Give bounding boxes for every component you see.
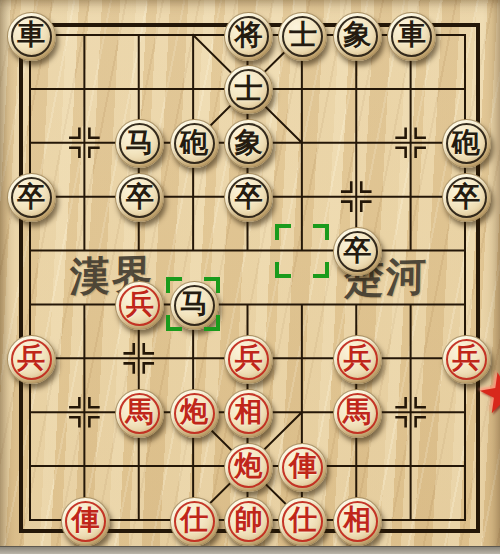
piece-black-chariot-h10[interactable]: 車 — [387, 12, 436, 61]
piece-glyph: 士 — [289, 21, 317, 49]
piece-black-cannon-d8[interactable]: 砲 — [170, 119, 219, 168]
piece-glyph: 象 — [235, 129, 263, 157]
piece-glyph: 卒 — [452, 183, 480, 211]
piece-black-advisor-f10[interactable]: 士 — [278, 12, 327, 61]
piece-glyph: 卒 — [126, 183, 154, 211]
piece-glyph: 兵 — [235, 344, 263, 372]
piece-black-general-e10[interactable]: 将 — [224, 12, 273, 61]
piece-glyph: 炮 — [235, 452, 263, 480]
piece-glyph: 車 — [17, 21, 45, 49]
piece-glyph: 兵 — [17, 344, 45, 372]
piece-glyph: 俥 — [71, 506, 99, 534]
piece-red-elephant-e3[interactable]: 相 — [224, 389, 273, 438]
piece-red-horse-g3[interactable]: 馬 — [333, 389, 382, 438]
piece-glyph: 卒 — [343, 237, 371, 265]
piece-glyph: 仕 — [180, 506, 208, 534]
piece-red-chariot-b1[interactable]: 俥 — [61, 497, 110, 546]
piece-glyph: 馬 — [343, 398, 371, 426]
piece-red-soldier-e4[interactable]: 兵 — [224, 335, 273, 384]
piece-glyph: 相 — [235, 398, 263, 426]
piece-red-chariot-f2[interactable]: 俥 — [278, 443, 327, 492]
piece-black-soldier-a7[interactable]: 卒 — [7, 173, 56, 222]
piece-glyph: 砲 — [180, 129, 208, 157]
piece-black-soldier-e7[interactable]: 卒 — [224, 173, 273, 222]
piece-red-general-e1[interactable]: 帥 — [224, 497, 273, 546]
piece-red-soldier-g4[interactable]: 兵 — [333, 335, 382, 384]
piece-glyph: 士 — [235, 75, 263, 103]
piece-black-elephant-e8[interactable]: 象 — [224, 119, 273, 168]
piece-black-chariot-a10[interactable]: 車 — [7, 12, 56, 61]
piece-glyph: 相 — [343, 506, 371, 534]
piece-red-elephant-g1[interactable]: 相 — [333, 497, 382, 546]
piece-red-advisor-f1[interactable]: 仕 — [278, 497, 327, 546]
piece-black-soldier-g6[interactable]: 卒 — [333, 227, 382, 276]
piece-glyph: 炮 — [180, 398, 208, 426]
piece-black-horse-d5[interactable]: 马 — [170, 281, 219, 330]
piece-glyph: 将 — [235, 21, 263, 49]
piece-black-cannon-i8[interactable]: 砲 — [442, 119, 491, 168]
piece-glyph: 馬 — [126, 398, 154, 426]
piece-red-soldier-c5[interactable]: 兵 — [115, 281, 164, 330]
piece-red-soldier-a4[interactable]: 兵 — [7, 335, 56, 384]
piece-glyph: 马 — [126, 129, 154, 157]
piece-glyph: 砲 — [452, 129, 480, 157]
piece-glyph: 兵 — [126, 290, 154, 318]
piece-glyph: 帥 — [235, 506, 263, 534]
board-bottom-edge — [0, 546, 500, 554]
piece-red-advisor-d1[interactable]: 仕 — [170, 497, 219, 546]
piece-glyph: 卒 — [235, 183, 263, 211]
piece-glyph: 俥 — [289, 452, 317, 480]
piece-glyph: 卒 — [17, 183, 45, 211]
piece-red-cannon-d3[interactable]: 炮 — [170, 389, 219, 438]
piece-glyph: 車 — [398, 21, 426, 49]
piece-glyph: 马 — [180, 290, 208, 318]
piece-glyph: 仕 — [289, 506, 317, 534]
xiangqi-board[interactable]: 漢界 楚河 車将士象車士马砲象砲卒卒卒卒卒马兵兵兵兵兵馬炮相馬炮俥俥仕帥仕相 ★ — [0, 0, 500, 554]
piece-black-elephant-g10[interactable]: 象 — [333, 12, 382, 61]
piece-black-soldier-i7[interactable]: 卒 — [442, 173, 491, 222]
piece-red-horse-c3[interactable]: 馬 — [115, 389, 164, 438]
piece-glyph: 象 — [343, 21, 371, 49]
piece-red-cannon-e2[interactable]: 炮 — [224, 443, 273, 492]
piece-glyph: 兵 — [343, 344, 371, 372]
